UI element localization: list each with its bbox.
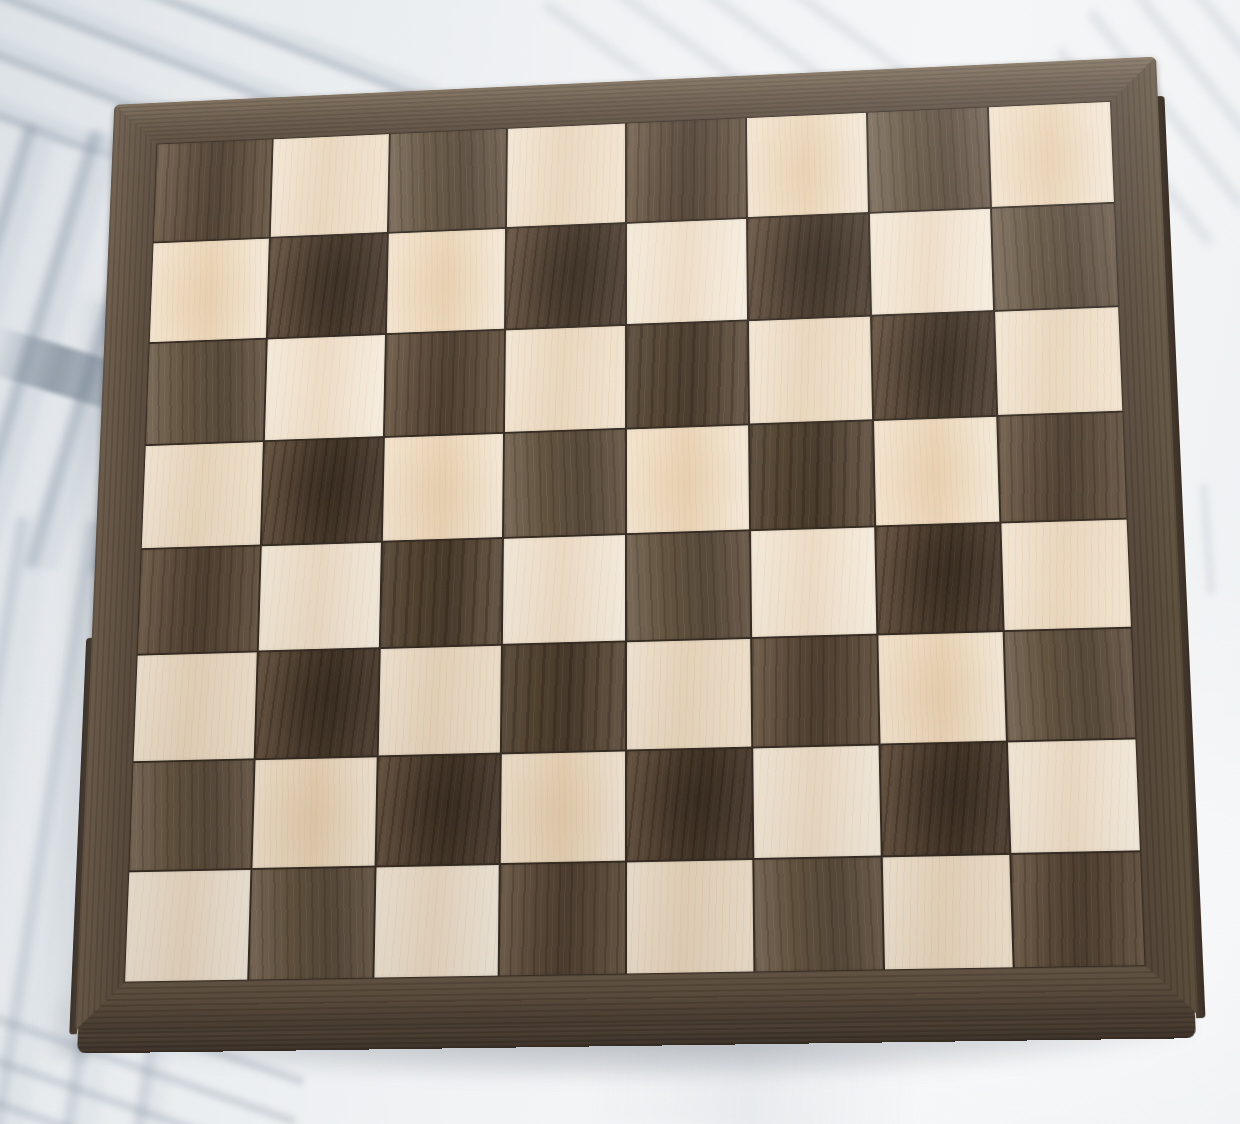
square-r5c4 xyxy=(503,535,625,644)
square-r1c2 xyxy=(271,134,389,237)
square-r6c2 xyxy=(255,649,378,758)
square-r7c5 xyxy=(627,749,752,861)
square-r1c3 xyxy=(388,129,506,232)
square-r4c8 xyxy=(998,412,1126,521)
square-r5c8 xyxy=(1002,520,1131,631)
board-frame xyxy=(75,57,1198,1031)
square-r8c3 xyxy=(374,865,499,978)
square-r1c1 xyxy=(154,139,272,241)
square-r4c7 xyxy=(874,417,1000,526)
square-r6c5 xyxy=(627,639,751,750)
square-r3c7 xyxy=(871,312,996,419)
square-r3c2 xyxy=(265,335,385,440)
square-r3c4 xyxy=(505,326,625,432)
square-r2c8 xyxy=(992,204,1118,310)
square-r7c3 xyxy=(376,754,500,865)
square-r1c6 xyxy=(747,113,868,217)
square-r6c1 xyxy=(134,652,257,761)
square-r4c3 xyxy=(382,434,503,541)
square-r8c1 xyxy=(125,870,250,982)
square-r6c4 xyxy=(502,642,625,752)
square-r2c3 xyxy=(386,229,505,333)
square-r5c6 xyxy=(751,527,876,637)
square-r2c1 xyxy=(150,239,269,343)
square-r3c1 xyxy=(146,340,266,445)
square-r6c8 xyxy=(1005,629,1135,741)
square-r4c6 xyxy=(750,421,874,529)
chess-board xyxy=(74,57,1199,1054)
square-r2c6 xyxy=(748,214,870,320)
board-grid xyxy=(125,102,1144,982)
square-r4c4 xyxy=(504,430,625,537)
square-r3c3 xyxy=(384,330,504,436)
square-r5c5 xyxy=(627,531,750,640)
square-r8c6 xyxy=(754,857,882,971)
square-r8c5 xyxy=(627,860,753,974)
square-r4c5 xyxy=(627,425,749,533)
square-r5c2 xyxy=(258,543,380,651)
square-r7c2 xyxy=(252,757,376,868)
square-r8c2 xyxy=(249,867,374,979)
square-r6c6 xyxy=(752,636,878,747)
square-r6c3 xyxy=(378,646,501,756)
square-r3c5 xyxy=(627,321,748,427)
square-r7c1 xyxy=(129,760,253,870)
square-r3c8 xyxy=(995,307,1122,415)
square-r8c7 xyxy=(882,855,1013,969)
square-r1c4 xyxy=(507,124,625,227)
square-r7c4 xyxy=(501,751,625,863)
square-r8c8 xyxy=(1012,852,1145,967)
square-r2c7 xyxy=(869,209,993,315)
square-r1c5 xyxy=(627,118,746,222)
square-r2c5 xyxy=(627,219,747,324)
square-r5c1 xyxy=(138,546,260,653)
square-r2c4 xyxy=(506,224,625,329)
square-r5c7 xyxy=(876,523,1003,633)
square-r4c1 xyxy=(142,442,263,548)
square-r1c8 xyxy=(989,102,1114,207)
square-r2c2 xyxy=(268,234,387,338)
square-r5c3 xyxy=(380,539,502,647)
square-r6c7 xyxy=(878,632,1006,744)
square-r8c4 xyxy=(500,863,625,976)
square-r7c6 xyxy=(753,746,880,859)
square-r4c2 xyxy=(262,438,383,545)
square-r7c7 xyxy=(880,742,1009,855)
square-r3c6 xyxy=(749,317,872,424)
square-r1c7 xyxy=(867,107,990,212)
square-r7c8 xyxy=(1008,739,1140,852)
photo-canvas xyxy=(0,0,1240,1124)
